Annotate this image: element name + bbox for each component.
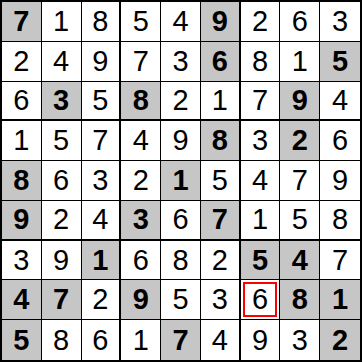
cell-digit: 3 <box>212 285 228 314</box>
cell-r6c7[interactable]: 1 <box>241 201 281 241</box>
cell-r2c1[interactable]: 2 <box>2 42 42 82</box>
cell-r9c6[interactable]: 4 <box>201 320 241 360</box>
cell-r8c5[interactable]: 5 <box>161 280 201 320</box>
cell-digit: 8 <box>292 285 308 314</box>
cell-r2c8[interactable]: 1 <box>280 42 320 82</box>
cell-digit: 7 <box>212 205 228 234</box>
cell-digit: 9 <box>332 166 348 195</box>
cell-digit: 6 <box>92 326 108 355</box>
cell-r1c2[interactable]: 1 <box>42 2 82 42</box>
cell-digit: 4 <box>212 326 228 355</box>
cell-r1c9[interactable]: 3 <box>320 2 360 42</box>
cell-r2c3[interactable]: 9 <box>82 42 122 82</box>
cell-digit: 3 <box>172 47 188 76</box>
cell-r3c8[interactable]: 9 <box>280 82 320 122</box>
cell-digit: 5 <box>332 47 348 76</box>
cell-r2c5[interactable]: 3 <box>161 42 201 82</box>
cell-r8c2[interactable]: 7 <box>42 280 82 320</box>
cell-digit: 7 <box>292 166 308 195</box>
cell-digit: 6 <box>172 205 188 234</box>
cell-r2c2[interactable]: 4 <box>42 42 82 82</box>
cell-digit: 3 <box>13 246 29 275</box>
cell-r3c7[interactable]: 7 <box>241 82 281 122</box>
cell-digit: 3 <box>53 86 69 115</box>
cell-digit: 5 <box>13 326 29 355</box>
cell-digit: 1 <box>212 86 228 115</box>
cell-r4c4[interactable]: 4 <box>121 121 161 161</box>
cell-r6c5[interactable]: 6 <box>161 201 201 241</box>
cell-digit: 6 <box>212 47 228 76</box>
cell-r5c3[interactable]: 3 <box>82 161 122 201</box>
cell-r3c6[interactable]: 1 <box>201 82 241 122</box>
cell-digit: 6 <box>13 86 29 115</box>
cell-digit: 4 <box>133 126 149 155</box>
cell-digit: 4 <box>53 47 69 76</box>
cell-digit: 3 <box>292 326 308 355</box>
cell-r9c5[interactable]: 7 <box>161 320 201 360</box>
cell-digit: 5 <box>292 205 308 234</box>
cell-r4c6[interactable]: 8 <box>201 121 241 161</box>
cell-r4c8[interactable]: 2 <box>280 121 320 161</box>
cell-r4c7[interactable]: 3 <box>241 121 281 161</box>
cell-r2c7[interactable]: 8 <box>241 42 281 82</box>
cell-digit: 7 <box>13 7 29 36</box>
cell-digit: 7 <box>252 86 268 115</box>
cell-r5c4[interactable]: 2 <box>121 161 161 201</box>
cell-digit: 2 <box>292 126 308 155</box>
cell-digit: 8 <box>332 205 348 234</box>
cell-r2c9[interactable]: 5 <box>320 42 360 82</box>
cell-digit: 9 <box>292 86 308 115</box>
cell-r3c5[interactable]: 2 <box>161 82 201 122</box>
cell-r9c7[interactable]: 9 <box>241 320 281 360</box>
cell-r6c3[interactable]: 4 <box>82 201 122 241</box>
cell-r7c3[interactable]: 1 <box>82 241 122 281</box>
cell-r7c5[interactable]: 8 <box>161 241 201 281</box>
cell-digit: 6 <box>252 285 268 314</box>
cell-digit: 4 <box>92 205 108 234</box>
cell-r5c2[interactable]: 6 <box>42 161 82 201</box>
cell-r2c4[interactable]: 7 <box>121 42 161 82</box>
cell-digit: 1 <box>13 126 29 155</box>
cell-digit: 9 <box>13 205 29 234</box>
cell-digit: 9 <box>252 326 268 355</box>
cell-r7c7[interactable]: 5 <box>241 241 281 281</box>
cell-digit: 1 <box>252 205 268 234</box>
cell-r6c2[interactable]: 2 <box>42 201 82 241</box>
cell-digit: 8 <box>133 86 149 115</box>
cell-digit: 3 <box>332 7 348 36</box>
cell-r9c8[interactable]: 3 <box>280 320 320 360</box>
cell-digit: 7 <box>133 47 149 76</box>
cell-r1c1[interactable]: 7 <box>2 2 42 42</box>
cell-digit: 8 <box>92 7 108 36</box>
cell-digit: 1 <box>292 47 308 76</box>
cell-r9c9[interactable]: 2 <box>320 320 360 360</box>
cell-r3c2[interactable]: 3 <box>42 82 82 122</box>
cell-r3c4[interactable]: 8 <box>121 82 161 122</box>
cell-r5c8[interactable]: 7 <box>280 161 320 201</box>
cell-r6c1[interactable]: 9 <box>2 201 42 241</box>
cell-r7c6[interactable]: 2 <box>201 241 241 281</box>
cell-r9c4[interactable]: 1 <box>121 320 161 360</box>
cell-r5c6[interactable]: 5 <box>201 161 241 201</box>
cell-digit: 2 <box>92 285 108 314</box>
cell-r3c1[interactable]: 6 <box>2 82 42 122</box>
cell-r6c8[interactable]: 5 <box>280 201 320 241</box>
cell-r1c3[interactable]: 8 <box>82 2 122 42</box>
cell-r5c9[interactable]: 9 <box>320 161 360 201</box>
cell-r4c9[interactable]: 6 <box>320 121 360 161</box>
cell-digit: 6 <box>53 166 69 195</box>
cell-digit: 1 <box>92 246 108 275</box>
cell-digit: 1 <box>172 166 188 195</box>
cell-digit: 8 <box>13 166 29 195</box>
cell-r5c5[interactable]: 1 <box>161 161 201 201</box>
cell-r3c9[interactable]: 4 <box>320 82 360 122</box>
cell-digit: 2 <box>212 246 228 275</box>
cell-digit: 9 <box>133 285 149 314</box>
cell-r7c9[interactable]: 7 <box>320 241 360 281</box>
cell-r1c7[interactable]: 2 <box>241 2 281 42</box>
cell-digit: 4 <box>172 7 188 36</box>
cell-digit: 4 <box>292 246 308 275</box>
cell-r8c3[interactable]: 2 <box>82 280 122 320</box>
cell-digit: 5 <box>53 126 69 155</box>
cell-digit: 5 <box>133 7 149 36</box>
cell-digit: 9 <box>212 7 228 36</box>
cell-r4c5[interactable]: 9 <box>161 121 201 161</box>
cell-r4c2[interactable]: 5 <box>42 121 82 161</box>
cell-digit: 3 <box>252 126 268 155</box>
cell-digit: 1 <box>332 285 348 314</box>
cell-r6c9[interactable]: 8 <box>320 201 360 241</box>
cell-digit: 2 <box>332 326 348 355</box>
cell-r4c3[interactable]: 7 <box>82 121 122 161</box>
cell-digit: 4 <box>252 166 268 195</box>
cell-digit: 6 <box>133 246 149 275</box>
cell-r8c7[interactable]: 6 <box>241 280 281 320</box>
cell-digit: 7 <box>172 326 188 355</box>
cell-r8c1[interactable]: 4 <box>2 280 42 320</box>
cell-digit: 8 <box>172 246 188 275</box>
cell-digit: 9 <box>53 246 69 275</box>
cell-digit: 7 <box>332 246 348 275</box>
cell-digit: 9 <box>92 47 108 76</box>
cell-r4c1[interactable]: 1 <box>2 121 42 161</box>
cell-r7c1[interactable]: 3 <box>2 241 42 281</box>
cell-r8c4[interactable]: 9 <box>121 280 161 320</box>
cell-digit: 1 <box>133 326 149 355</box>
cell-digit: 6 <box>292 7 308 36</box>
cell-digit: 2 <box>133 166 149 195</box>
cell-r1c6[interactable]: 9 <box>201 2 241 42</box>
cell-r8c9[interactable]: 1 <box>320 280 360 320</box>
cell-r1c5[interactable]: 4 <box>161 2 201 42</box>
cell-r3c3[interactable]: 5 <box>82 82 122 122</box>
cell-digit: 8 <box>212 126 228 155</box>
cell-digit: 8 <box>53 326 69 355</box>
cell-r1c8[interactable]: 6 <box>280 2 320 42</box>
cell-r2c6[interactable]: 6 <box>201 42 241 82</box>
sudoku-board: 7185492632497368156358217941574983268632… <box>0 0 362 362</box>
cell-r1c4[interactable]: 5 <box>121 2 161 42</box>
cell-digit: 1 <box>53 7 69 36</box>
cell-digit: 3 <box>92 166 108 195</box>
cell-r5c7[interactable]: 4 <box>241 161 281 201</box>
cell-r5c1[interactable]: 8 <box>2 161 42 201</box>
cell-r6c4[interactable]: 3 <box>121 201 161 241</box>
cell-digit: 7 <box>53 285 69 314</box>
cell-digit: 2 <box>172 86 188 115</box>
cell-r8c6[interactable]: 3 <box>201 280 241 320</box>
cell-digit: 7 <box>92 126 108 155</box>
cell-digit: 6 <box>332 126 348 155</box>
cell-r9c2[interactable]: 8 <box>42 320 82 360</box>
cell-digit: 2 <box>13 47 29 76</box>
cell-digit: 3 <box>133 205 149 234</box>
cell-digit: 8 <box>252 47 268 76</box>
cell-digit: 5 <box>252 246 268 275</box>
cell-digit: 2 <box>53 205 69 234</box>
cell-r9c1[interactable]: 5 <box>2 320 42 360</box>
cell-digit: 5 <box>212 166 228 195</box>
cell-digit: 4 <box>13 285 29 314</box>
cell-digit: 5 <box>172 285 188 314</box>
cell-r9c3[interactable]: 6 <box>82 320 122 360</box>
cell-digit: 4 <box>332 86 348 115</box>
cell-digit: 5 <box>92 86 108 115</box>
cell-r6c6[interactable]: 7 <box>201 201 241 241</box>
cell-digit: 9 <box>172 126 188 155</box>
cell-r7c2[interactable]: 9 <box>42 241 82 281</box>
cell-r8c8[interactable]: 8 <box>280 280 320 320</box>
cell-r7c4[interactable]: 6 <box>121 241 161 281</box>
cell-r7c8[interactable]: 4 <box>280 241 320 281</box>
cell-digit: 2 <box>252 7 268 36</box>
